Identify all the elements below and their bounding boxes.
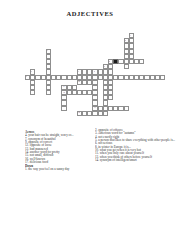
clue-number: 6 xyxy=(31,70,32,72)
page-title: ADJECTIVES xyxy=(0,10,180,17)
down-clue: 14. synonym of intelligent/smart xyxy=(95,159,177,162)
empty-space xyxy=(160,111,165,116)
clue-number: 9 xyxy=(26,75,27,77)
clue-number: 10 xyxy=(78,80,80,82)
clue-number: 7 xyxy=(78,70,79,72)
worksheet-page: ADJECTIVES 1234567891011121314 Across 4.… xyxy=(0,0,180,233)
clue-number: 8 xyxy=(94,70,95,72)
clue-number: 5 xyxy=(104,65,105,67)
clue-number: 3 xyxy=(47,49,48,51)
clue-number: 1 xyxy=(130,34,131,36)
clue-number: 2 xyxy=(125,39,126,41)
clue-number: 14 xyxy=(78,111,80,113)
clue-number: 11 xyxy=(63,85,65,87)
clue-column-right: 2. opposite of offence 3. American word … xyxy=(95,128,177,162)
clue-number: 13 xyxy=(94,106,96,108)
crossword-grid: 1234567891011121314 xyxy=(25,33,165,116)
clue-number: 4 xyxy=(109,60,110,62)
clue-column-left: Across 4. your hair can be straight, wav… xyxy=(25,130,95,171)
down-clue: 1. the way you feel on a sunny day xyxy=(25,167,95,170)
clue-number: 12 xyxy=(63,91,65,93)
